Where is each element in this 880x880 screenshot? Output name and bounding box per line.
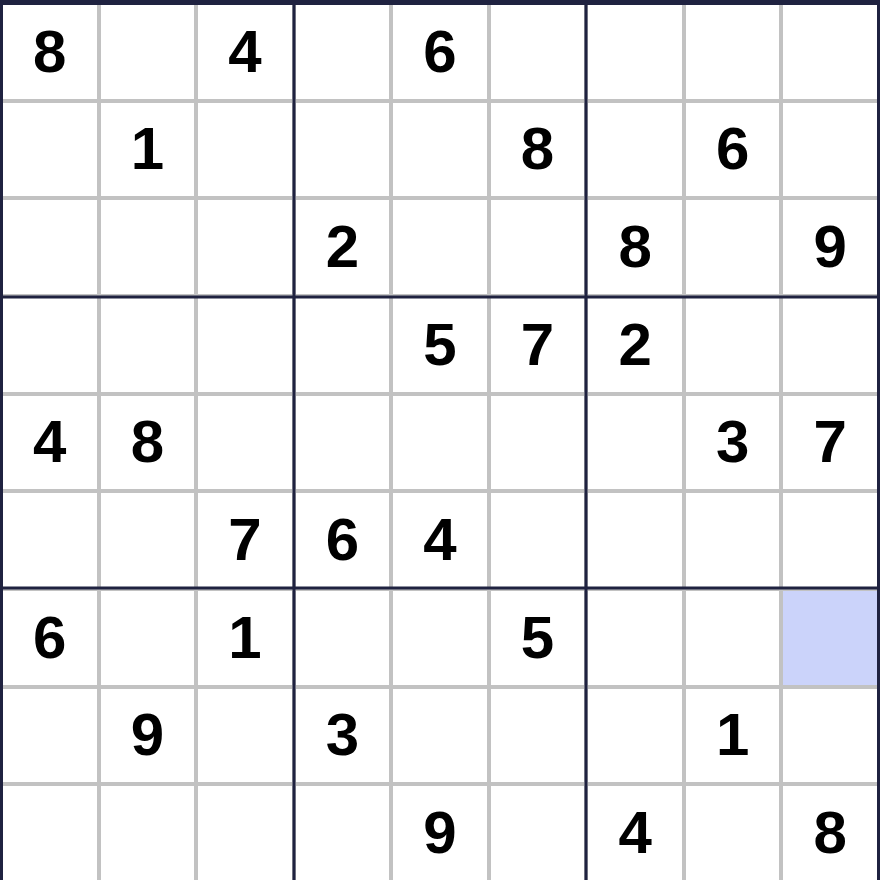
cell-r7c3[interactable]: 1 bbox=[198, 591, 292, 685]
cell-r3c2[interactable] bbox=[101, 200, 195, 294]
cell-r7c6[interactable]: 5 bbox=[491, 591, 585, 685]
cell-r3c8[interactable] bbox=[686, 200, 780, 294]
cell-r4c7[interactable]: 2 bbox=[588, 298, 682, 392]
cell-r3c7[interactable]: 8 bbox=[588, 200, 682, 294]
cell-r7c8[interactable] bbox=[686, 591, 780, 685]
cell-r6c1[interactable] bbox=[3, 493, 97, 587]
cell-r7c1[interactable]: 6 bbox=[3, 591, 97, 685]
cell-r3c4[interactable]: 2 bbox=[296, 200, 390, 294]
cell-r8c7[interactable] bbox=[588, 689, 682, 783]
cell-r1c4[interactable] bbox=[296, 5, 390, 99]
cell-r1c8[interactable] bbox=[686, 5, 780, 99]
cell-r8c3[interactable] bbox=[198, 689, 292, 783]
cell-r3c5[interactable] bbox=[393, 200, 487, 294]
cell-r9c4[interactable] bbox=[296, 786, 390, 880]
cell-r5c3[interactable] bbox=[198, 396, 292, 490]
cell-r5c9[interactable]: 7 bbox=[783, 396, 877, 490]
cell-r9c7[interactable]: 4 bbox=[588, 786, 682, 880]
cell-r8c8[interactable]: 1 bbox=[686, 689, 780, 783]
cell-r2c3[interactable] bbox=[198, 103, 292, 197]
cell-r6c5[interactable]: 4 bbox=[393, 493, 487, 587]
cell-r8c2[interactable]: 9 bbox=[101, 689, 195, 783]
cell-r4c8[interactable] bbox=[686, 298, 780, 392]
cell-r6c9[interactable] bbox=[783, 493, 877, 587]
cell-r5c1[interactable]: 4 bbox=[3, 396, 97, 490]
cell-r1c7[interactable] bbox=[588, 5, 682, 99]
cell-r1c5[interactable]: 6 bbox=[393, 5, 487, 99]
cell-r4c5[interactable]: 5 bbox=[393, 298, 487, 392]
cell-r4c9[interactable] bbox=[783, 298, 877, 392]
cell-r4c1[interactable] bbox=[3, 298, 97, 392]
cell-r1c9[interactable] bbox=[783, 5, 877, 99]
cell-r2c5[interactable] bbox=[393, 103, 487, 197]
cell-r3c1[interactable] bbox=[3, 200, 97, 294]
cell-r6c8[interactable] bbox=[686, 493, 780, 587]
cell-r5c5[interactable] bbox=[393, 396, 487, 490]
cell-r2c6[interactable]: 8 bbox=[491, 103, 585, 197]
cell-r6c6[interactable] bbox=[491, 493, 585, 587]
cell-r9c9[interactable]: 8 bbox=[783, 786, 877, 880]
cell-r2c9[interactable] bbox=[783, 103, 877, 197]
cell-r2c8[interactable]: 6 bbox=[686, 103, 780, 197]
cell-r6c3[interactable]: 7 bbox=[198, 493, 292, 587]
cell-r2c4[interactable] bbox=[296, 103, 390, 197]
cell-r1c2[interactable] bbox=[101, 5, 195, 99]
cell-r9c8[interactable] bbox=[686, 786, 780, 880]
cell-r3c9[interactable]: 9 bbox=[783, 200, 877, 294]
cell-r7c2[interactable] bbox=[101, 591, 195, 685]
cell-r3c3[interactable] bbox=[198, 200, 292, 294]
cell-r1c3[interactable]: 4 bbox=[198, 5, 292, 99]
cell-r4c6[interactable]: 7 bbox=[491, 298, 585, 392]
cell-r9c6[interactable] bbox=[491, 786, 585, 880]
cell-r6c4[interactable]: 6 bbox=[296, 493, 390, 587]
box-boundary-horizontal-2 bbox=[3, 587, 877, 590]
cell-r6c7[interactable] bbox=[588, 493, 682, 587]
cell-r7c4[interactable] bbox=[296, 591, 390, 685]
cell-r2c1[interactable] bbox=[3, 103, 97, 197]
cell-r7c9[interactable] bbox=[783, 591, 877, 685]
cell-r1c1[interactable]: 8 bbox=[3, 5, 97, 99]
cell-r2c7[interactable] bbox=[588, 103, 682, 197]
cell-r9c1[interactable] bbox=[3, 786, 97, 880]
cell-r4c3[interactable] bbox=[198, 298, 292, 392]
cell-r7c5[interactable] bbox=[393, 591, 487, 685]
cell-r8c9[interactable] bbox=[783, 689, 877, 783]
cell-r5c8[interactable]: 3 bbox=[686, 396, 780, 490]
cell-r5c7[interactable] bbox=[588, 396, 682, 490]
cell-r4c2[interactable] bbox=[101, 298, 195, 392]
cell-r2c2[interactable]: 1 bbox=[101, 103, 195, 197]
cell-r5c4[interactable] bbox=[296, 396, 390, 490]
cell-r4c4[interactable] bbox=[296, 298, 390, 392]
cell-r8c4[interactable]: 3 bbox=[296, 689, 390, 783]
cell-r8c1[interactable] bbox=[3, 689, 97, 783]
cell-r1c6[interactable] bbox=[491, 5, 585, 99]
cell-r8c5[interactable] bbox=[393, 689, 487, 783]
cell-r9c3[interactable] bbox=[198, 786, 292, 880]
cell-r5c6[interactable] bbox=[491, 396, 585, 490]
cell-r9c5[interactable]: 9 bbox=[393, 786, 487, 880]
cell-r5c2[interactable]: 8 bbox=[101, 396, 195, 490]
cell-r9c2[interactable] bbox=[101, 786, 195, 880]
cell-r7c7[interactable] bbox=[588, 591, 682, 685]
sudoku-board: 8461862895724837764615931948 bbox=[0, 0, 880, 880]
cell-r3c6[interactable] bbox=[491, 200, 585, 294]
cell-r6c2[interactable] bbox=[101, 493, 195, 587]
box-boundary-vertical-2 bbox=[584, 5, 587, 880]
cell-r8c6[interactable] bbox=[491, 689, 585, 783]
